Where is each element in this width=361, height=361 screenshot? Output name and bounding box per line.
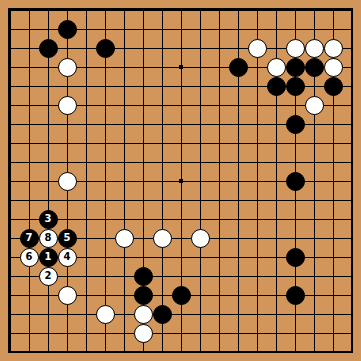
stone-white (267, 58, 286, 77)
star-point (179, 65, 183, 69)
stone-black-move-1: 1 (39, 248, 58, 267)
stone-white-move-8: 8 (39, 229, 58, 248)
stone-white (305, 39, 324, 58)
stone-black (286, 172, 305, 191)
stone-white (286, 39, 305, 58)
stone-white (324, 58, 343, 77)
stone-white (153, 229, 172, 248)
stone-black (267, 77, 286, 96)
stone-white (58, 58, 77, 77)
stone-white-move-4: 4 (58, 248, 77, 267)
stone-black (96, 39, 115, 58)
stone-black (134, 286, 153, 305)
stone-white (115, 229, 134, 248)
stone-white (248, 39, 267, 58)
stone-white (58, 286, 77, 305)
stone-black (134, 267, 153, 286)
stone-black (286, 115, 305, 134)
stone-black (286, 286, 305, 305)
stone-black (324, 77, 343, 96)
stone-black (58, 20, 77, 39)
stone-black-move-5: 5 (58, 229, 77, 248)
stone-white (58, 96, 77, 115)
stone-white (305, 96, 324, 115)
stone-black (39, 39, 58, 58)
stone-black (305, 58, 324, 77)
stone-black (172, 286, 191, 305)
stone-white (324, 39, 343, 58)
stone-white (191, 229, 210, 248)
stone-black-move-3: 3 (39, 210, 58, 229)
stone-white (58, 172, 77, 191)
stone-white (134, 305, 153, 324)
stone-white (96, 305, 115, 324)
stone-black (286, 77, 305, 96)
star-point (179, 179, 183, 183)
stone-black (286, 248, 305, 267)
stone-black (229, 58, 248, 77)
stone-black (153, 305, 172, 324)
stone-black (286, 58, 305, 77)
stone-white-move-2: 2 (39, 267, 58, 286)
stone-white-move-6: 6 (20, 248, 39, 267)
stone-black-move-7: 7 (20, 229, 39, 248)
go-board[interactable]: 37518642 (0, 0, 361, 361)
stone-white (134, 324, 153, 343)
